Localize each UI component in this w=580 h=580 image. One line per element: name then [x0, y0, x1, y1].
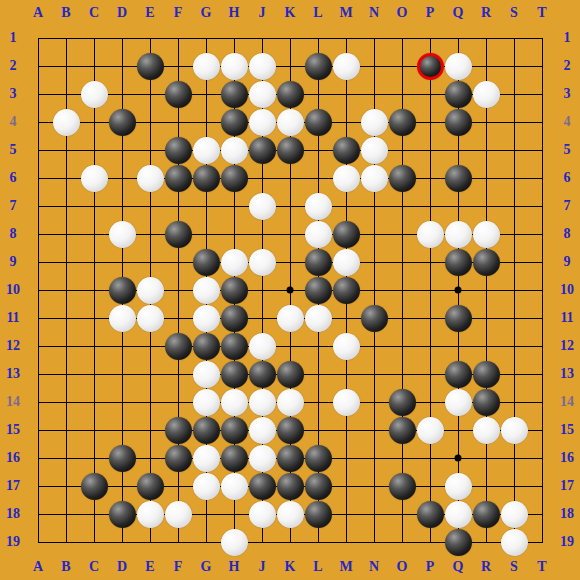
stone-white-C6	[81, 165, 108, 192]
stone-white-D8	[109, 221, 136, 248]
stone-black-M10	[333, 277, 360, 304]
col-label-N-bottom: N	[360, 554, 388, 580]
row-label-12-left: 12	[0, 333, 26, 359]
stone-black-F5	[165, 137, 192, 164]
stone-white-L8	[305, 221, 332, 248]
stone-black-H6	[221, 165, 248, 192]
col-label-F-top: F	[164, 0, 192, 26]
stone-white-J16	[249, 445, 276, 472]
col-label-C-top: C	[80, 0, 108, 26]
stone-white-H5	[221, 137, 248, 164]
row-label-16-left: 16	[0, 445, 26, 471]
stone-white-L7	[305, 193, 332, 220]
row-label-9-right: 9	[554, 249, 580, 275]
stone-black-J13	[249, 361, 276, 388]
stone-black-F6	[165, 165, 192, 192]
row-label-7-right: 7	[554, 193, 580, 219]
col-label-K-bottom: K	[276, 554, 304, 580]
stone-black-J5	[249, 137, 276, 164]
stone-white-G17	[193, 473, 220, 500]
stone-white-M9	[333, 249, 360, 276]
stone-black-H16	[221, 445, 248, 472]
stone-white-J15	[249, 417, 276, 444]
col-label-M-top: M	[332, 0, 360, 26]
stone-white-N5	[361, 137, 388, 164]
col-label-A-bottom: A	[24, 554, 52, 580]
stone-white-J2	[249, 53, 276, 80]
row-label-7-left: 7	[0, 193, 26, 219]
row-label-3-left: 3	[0, 81, 26, 107]
stone-black-J17	[249, 473, 276, 500]
col-label-R-top: R	[472, 0, 500, 26]
stone-black-N11	[361, 305, 388, 332]
col-label-D-top: D	[108, 0, 136, 26]
row-label-5-left: 5	[0, 137, 26, 163]
stone-black-L16	[305, 445, 332, 472]
col-label-G-bottom: G	[192, 554, 220, 580]
stone-black-O15	[389, 417, 416, 444]
row-label-13-left: 13	[0, 361, 26, 387]
col-label-C-bottom: C	[80, 554, 108, 580]
col-label-K-top: K	[276, 0, 304, 26]
row-label-1-right: 1	[554, 25, 580, 51]
stone-black-G9	[193, 249, 220, 276]
stone-white-L11	[305, 305, 332, 332]
row-label-14-left: 14	[0, 389, 26, 415]
stone-white-G16	[193, 445, 220, 472]
row-label-14-right: 14	[554, 389, 580, 415]
col-label-O-top: O	[388, 0, 416, 26]
stone-black-H15	[221, 417, 248, 444]
row-label-8-left: 8	[0, 221, 26, 247]
stone-black-Q6	[445, 165, 472, 192]
row-label-18-right: 18	[554, 501, 580, 527]
col-label-H-top: H	[220, 0, 248, 26]
stone-white-M14	[333, 389, 360, 416]
stone-white-G10	[193, 277, 220, 304]
stone-black-P18	[417, 501, 444, 528]
stone-black-K5	[277, 137, 304, 164]
stone-white-Q2	[445, 53, 472, 80]
stone-black-Q4	[445, 109, 472, 136]
stone-black-L2	[305, 53, 332, 80]
stone-black-F8	[165, 221, 192, 248]
stone-white-D11	[109, 305, 136, 332]
stone-white-J14	[249, 389, 276, 416]
stone-white-E10	[137, 277, 164, 304]
stone-black-G6	[193, 165, 220, 192]
col-label-S-top: S	[500, 0, 528, 26]
stone-black-H12	[221, 333, 248, 360]
stone-white-G11	[193, 305, 220, 332]
col-label-T-bottom: T	[528, 554, 556, 580]
stone-black-H10	[221, 277, 248, 304]
stone-white-G14	[193, 389, 220, 416]
col-label-B-bottom: B	[52, 554, 80, 580]
stone-black-F3	[165, 81, 192, 108]
stone-white-G13	[193, 361, 220, 388]
stone-black-Q9	[445, 249, 472, 276]
stone-white-J7	[249, 193, 276, 220]
stone-white-G2	[193, 53, 220, 80]
col-label-N-top: N	[360, 0, 388, 26]
row-label-2-right: 2	[554, 53, 580, 79]
col-label-F-bottom: F	[164, 554, 192, 580]
stone-black-Q11	[445, 305, 472, 332]
stone-white-C3	[81, 81, 108, 108]
stone-white-R8	[473, 221, 500, 248]
stone-black-L17	[305, 473, 332, 500]
col-label-J-top: J	[248, 0, 276, 26]
stone-white-E6	[137, 165, 164, 192]
stone-black-G15	[193, 417, 220, 444]
col-label-J-bottom: J	[248, 554, 276, 580]
stone-white-K14	[277, 389, 304, 416]
stone-black-K17	[277, 473, 304, 500]
col-label-B-top: B	[52, 0, 80, 26]
row-label-5-right: 5	[554, 137, 580, 163]
stone-black-L4	[305, 109, 332, 136]
row-label-15-left: 15	[0, 417, 26, 443]
stone-white-M6	[333, 165, 360, 192]
col-label-E-bottom: E	[136, 554, 164, 580]
stone-white-M12	[333, 333, 360, 360]
stone-white-P8	[417, 221, 444, 248]
stone-black-F12	[165, 333, 192, 360]
stone-black-H11	[221, 305, 248, 332]
go-board[interactable]	[24, 24, 556, 556]
stone-black-H4	[221, 109, 248, 136]
stone-white-P15	[417, 417, 444, 444]
stone-black-K15	[277, 417, 304, 444]
row-label-13-right: 13	[554, 361, 580, 387]
stone-black-E2	[137, 53, 164, 80]
stone-white-J3	[249, 81, 276, 108]
stone-black-G12	[193, 333, 220, 360]
stone-white-S19	[501, 529, 528, 556]
col-label-Q-bottom: Q	[444, 554, 472, 580]
stone-black-M5	[333, 137, 360, 164]
stone-white-G5	[193, 137, 220, 164]
stone-white-E18	[137, 501, 164, 528]
row-label-10-right: 10	[554, 277, 580, 303]
stone-white-F18	[165, 501, 192, 528]
stone-white-J12	[249, 333, 276, 360]
stone-black-D18	[109, 501, 136, 528]
row-label-12-right: 12	[554, 333, 580, 359]
row-label-8-right: 8	[554, 221, 580, 247]
col-label-R-bottom: R	[472, 554, 500, 580]
stone-black-C17	[81, 473, 108, 500]
stone-white-R3	[473, 81, 500, 108]
stone-black-F15	[165, 417, 192, 444]
col-label-T-top: T	[528, 0, 556, 26]
row-label-3-right: 3	[554, 81, 580, 107]
row-label-19-left: 19	[0, 529, 26, 555]
stone-white-Q17	[445, 473, 472, 500]
col-label-P-bottom: P	[416, 554, 444, 580]
stone-white-J18	[249, 501, 276, 528]
row-label-1-left: 1	[0, 25, 26, 51]
stone-black-L10	[305, 277, 332, 304]
stone-white-E11	[137, 305, 164, 332]
stone-black-O14	[389, 389, 416, 416]
stone-black-O4	[389, 109, 416, 136]
stone-black-D4	[109, 109, 136, 136]
stone-white-Q18	[445, 501, 472, 528]
stone-black-H3	[221, 81, 248, 108]
row-label-6-left: 6	[0, 165, 26, 191]
stone-white-H19	[221, 529, 248, 556]
stone-black-L9	[305, 249, 332, 276]
stone-black-K16	[277, 445, 304, 472]
row-label-2-left: 2	[0, 53, 26, 79]
row-label-19-right: 19	[554, 529, 580, 555]
stone-white-Q14	[445, 389, 472, 416]
row-label-15-right: 15	[554, 417, 580, 443]
col-label-S-bottom: S	[500, 554, 528, 580]
col-label-H-bottom: H	[220, 554, 248, 580]
row-label-17-right: 17	[554, 473, 580, 499]
stone-black-R9	[473, 249, 500, 276]
col-label-L-top: L	[304, 0, 332, 26]
stone-white-S15	[501, 417, 528, 444]
stone-white-J9	[249, 249, 276, 276]
col-label-L-bottom: L	[304, 554, 332, 580]
stone-black-O6	[389, 165, 416, 192]
stone-white-H9	[221, 249, 248, 276]
row-label-18-left: 18	[0, 501, 26, 527]
stone-black-L18	[305, 501, 332, 528]
stone-white-J4	[249, 109, 276, 136]
stone-black-Q3	[445, 81, 472, 108]
row-label-11-left: 11	[0, 305, 26, 331]
stone-white-H17	[221, 473, 248, 500]
stone-white-H2	[221, 53, 248, 80]
stone-black-D10	[109, 277, 136, 304]
col-label-O-bottom: O	[388, 554, 416, 580]
stone-white-Q8	[445, 221, 472, 248]
stone-black-Q19	[445, 529, 472, 556]
col-label-Q-top: Q	[444, 0, 472, 26]
stone-black-H13	[221, 361, 248, 388]
col-label-G-top: G	[192, 0, 220, 26]
row-label-17-left: 17	[0, 473, 26, 499]
last-move-stone-black-P2	[417, 53, 444, 80]
go-client-window: ABCDEFGHJKLMNOPQRST ABCDEFGHJKLMNOPQRST …	[0, 0, 580, 580]
row-label-4-left: 4	[0, 109, 26, 135]
stone-black-F16	[165, 445, 192, 472]
row-label-10-left: 10	[0, 277, 26, 303]
row-label-16-right: 16	[554, 445, 580, 471]
stone-white-K4	[277, 109, 304, 136]
col-label-D-bottom: D	[108, 554, 136, 580]
col-label-A-top: A	[24, 0, 52, 26]
row-label-11-right: 11	[554, 305, 580, 331]
stone-black-Q13	[445, 361, 472, 388]
stone-white-M2	[333, 53, 360, 80]
stone-black-R13	[473, 361, 500, 388]
stones-layer	[24, 24, 556, 556]
row-label-4-right: 4	[554, 109, 580, 135]
stone-white-H14	[221, 389, 248, 416]
row-label-6-right: 6	[554, 165, 580, 191]
stone-black-O17	[389, 473, 416, 500]
col-label-P-top: P	[416, 0, 444, 26]
stone-white-K18	[277, 501, 304, 528]
stone-black-M8	[333, 221, 360, 248]
stone-white-B4	[53, 109, 80, 136]
stone-black-K13	[277, 361, 304, 388]
stone-black-R14	[473, 389, 500, 416]
stone-white-N6	[361, 165, 388, 192]
stone-black-K3	[277, 81, 304, 108]
stone-white-R15	[473, 417, 500, 444]
stone-white-K11	[277, 305, 304, 332]
stone-black-E17	[137, 473, 164, 500]
row-label-9-left: 9	[0, 249, 26, 275]
stone-black-D16	[109, 445, 136, 472]
col-label-E-top: E	[136, 0, 164, 26]
stone-white-S18	[501, 501, 528, 528]
col-label-M-bottom: M	[332, 554, 360, 580]
stone-black-R18	[473, 501, 500, 528]
stone-white-N4	[361, 109, 388, 136]
